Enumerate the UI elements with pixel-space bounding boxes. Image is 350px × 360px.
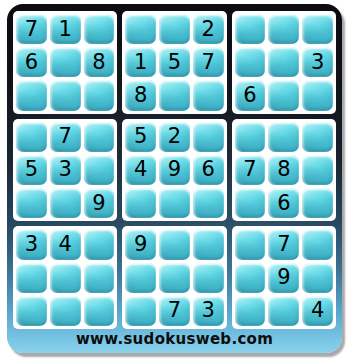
cell-r7c6[interactable] <box>193 229 224 259</box>
cell-r2c4[interactable]: 1 <box>125 47 156 77</box>
cell-r7c1[interactable]: 3 <box>16 229 47 259</box>
cell-r6c7[interactable] <box>235 188 266 218</box>
cell-r2c2[interactable] <box>50 47 81 77</box>
cell-r7c3[interactable] <box>84 229 115 259</box>
cell-r2c8[interactable] <box>268 47 299 77</box>
cell-r9c4[interactable] <box>125 296 156 326</box>
cell-r3c6[interactable] <box>193 80 224 110</box>
cell-r3c5[interactable] <box>159 80 190 110</box>
cell-r7c8[interactable]: 7 <box>268 229 299 259</box>
cell-r7c9[interactable] <box>302 229 333 259</box>
cell-r1c8[interactable] <box>268 14 299 44</box>
cell-r4c8[interactable] <box>268 122 299 152</box>
footer-url[interactable]: www.sudokusweb.com <box>13 329 336 349</box>
cell-r3c1[interactable] <box>16 80 47 110</box>
cell-r1c9[interactable] <box>302 14 333 44</box>
cell-r2c3[interactable]: 8 <box>84 47 115 77</box>
box-r3c2: 973 <box>122 226 226 329</box>
cell-r5c8[interactable]: 8 <box>268 155 299 185</box>
cell-r9c1[interactable] <box>16 296 47 326</box>
cell-r4c6[interactable] <box>193 122 224 152</box>
box-r1c1: 7168 <box>13 11 117 114</box>
cell-r1c3[interactable] <box>84 14 115 44</box>
cell-r5c1[interactable]: 5 <box>16 155 47 185</box>
cell-r6c6[interactable] <box>193 188 224 218</box>
cell-r5c2[interactable]: 3 <box>50 155 81 185</box>
cell-r6c3[interactable]: 9 <box>84 188 115 218</box>
cell-r9c3[interactable] <box>84 296 115 326</box>
cell-r2c5[interactable]: 5 <box>159 47 190 77</box>
cell-r3c8[interactable] <box>268 80 299 110</box>
cell-r4c3[interactable] <box>84 122 115 152</box>
cell-r9c9[interactable]: 4 <box>302 296 333 326</box>
cell-r2c1[interactable]: 6 <box>16 47 47 77</box>
cell-r2c6[interactable]: 7 <box>193 47 224 77</box>
cell-r5c7[interactable]: 7 <box>235 155 266 185</box>
cell-r6c2[interactable] <box>50 188 81 218</box>
cell-r1c7[interactable] <box>235 14 266 44</box>
box-r2c3: 786 <box>232 119 336 222</box>
cell-r7c5[interactable] <box>159 229 190 259</box>
cell-r8c3[interactable] <box>84 263 115 293</box>
cell-r9c6[interactable]: 3 <box>193 296 224 326</box>
cell-r4c7[interactable] <box>235 122 266 152</box>
cell-r5c6[interactable]: 6 <box>193 155 224 185</box>
cell-r5c4[interactable]: 4 <box>125 155 156 185</box>
cell-r8c6[interactable] <box>193 263 224 293</box>
cell-r7c7[interactable] <box>235 229 266 259</box>
box-r2c2: 52496 <box>122 119 226 222</box>
cell-r8c5[interactable] <box>159 263 190 293</box>
cell-r3c9[interactable] <box>302 80 333 110</box>
cell-r4c4[interactable]: 5 <box>125 122 156 152</box>
cell-r3c2[interactable] <box>50 80 81 110</box>
box-r2c1: 7539 <box>13 119 117 222</box>
cell-r3c3[interactable] <box>84 80 115 110</box>
cell-r4c5[interactable]: 2 <box>159 122 190 152</box>
sudoku-frame: 7168215783675395249678634973794 www.sudo… <box>7 4 342 353</box>
cell-r4c1[interactable] <box>16 122 47 152</box>
cell-r6c1[interactable] <box>16 188 47 218</box>
cell-r5c5[interactable]: 9 <box>159 155 190 185</box>
cell-r1c4[interactable] <box>125 14 156 44</box>
cell-r2c7[interactable] <box>235 47 266 77</box>
cell-r5c9[interactable] <box>302 155 333 185</box>
cell-r7c2[interactable]: 4 <box>50 229 81 259</box>
cell-r4c9[interactable] <box>302 122 333 152</box>
cell-r6c9[interactable] <box>302 188 333 218</box>
cell-r8c1[interactable] <box>16 263 47 293</box>
cell-r8c7[interactable] <box>235 263 266 293</box>
cell-r8c4[interactable] <box>125 263 156 293</box>
box-r3c3: 794 <box>232 226 336 329</box>
box-r3c1: 34 <box>13 226 117 329</box>
cell-r6c8[interactable]: 6 <box>268 188 299 218</box>
page: 7168215783675395249678634973794 www.sudo… <box>0 0 350 360</box>
cell-r1c2[interactable]: 1 <box>50 14 81 44</box>
cell-r1c6[interactable]: 2 <box>193 14 224 44</box>
cell-r9c7[interactable] <box>235 296 266 326</box>
cell-r6c5[interactable] <box>159 188 190 218</box>
cell-r4c2[interactable]: 7 <box>50 122 81 152</box>
cell-r5c3[interactable] <box>84 155 115 185</box>
cell-r2c9[interactable]: 3 <box>302 47 333 77</box>
cell-r3c4[interactable]: 8 <box>125 80 156 110</box>
cell-r9c5[interactable]: 7 <box>159 296 190 326</box>
cell-r7c4[interactable]: 9 <box>125 229 156 259</box>
cell-r8c9[interactable] <box>302 263 333 293</box>
cell-r9c2[interactable] <box>50 296 81 326</box>
cell-r9c8[interactable] <box>268 296 299 326</box>
cell-r3c7[interactable]: 6 <box>235 80 266 110</box>
cell-r1c1[interactable]: 7 <box>16 14 47 44</box>
sudoku-board: 7168215783675395249678634973794 <box>13 11 336 329</box>
cell-r6c4[interactable] <box>125 188 156 218</box>
box-r1c2: 21578 <box>122 11 226 114</box>
cell-r8c8[interactable]: 9 <box>268 263 299 293</box>
cell-r8c2[interactable] <box>50 263 81 293</box>
cell-r1c5[interactable] <box>159 14 190 44</box>
box-r1c3: 36 <box>232 11 336 114</box>
